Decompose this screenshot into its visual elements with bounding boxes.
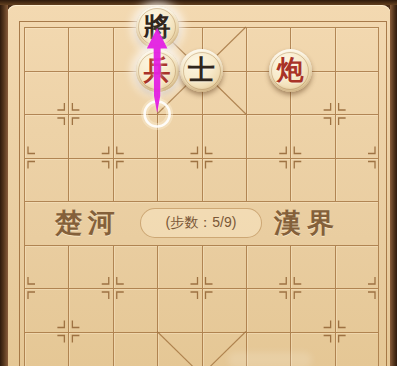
- board-cell[interactable]: [335, 27, 379, 71]
- board-cell[interactable]: [113, 114, 157, 158]
- board-cell[interactable]: [246, 158, 290, 202]
- piece-character: 士: [188, 57, 215, 84]
- board-cell[interactable]: [335, 71, 379, 115]
- black-advisor-piece[interactable]: 士: [180, 49, 223, 92]
- board-cell[interactable]: [290, 288, 334, 332]
- board-cell[interactable]: [335, 158, 379, 202]
- board-cell[interactable]: [246, 245, 290, 289]
- board-cell[interactable]: [24, 288, 68, 332]
- board-cell[interactable]: [68, 71, 112, 115]
- board-cell[interactable]: [290, 114, 334, 158]
- board-cell[interactable]: [113, 332, 157, 366]
- board-cell[interactable]: [68, 114, 112, 158]
- piece-character: 將: [144, 14, 171, 41]
- river-label-left: 楚河: [55, 205, 121, 241]
- board-cell[interactable]: [24, 71, 68, 115]
- board-cell[interactable]: [24, 158, 68, 202]
- board-cell[interactable]: [157, 158, 201, 202]
- board-cell[interactable]: [157, 332, 201, 366]
- board-cell[interactable]: [202, 288, 246, 332]
- board-cell[interactable]: [335, 114, 379, 158]
- black-general-piece[interactable]: 將: [136, 6, 179, 49]
- board-cell[interactable]: [246, 288, 290, 332]
- board-cell[interactable]: [157, 288, 201, 332]
- board-cell[interactable]: [290, 245, 334, 289]
- board-cell[interactable]: [24, 114, 68, 158]
- board-cell[interactable]: [246, 114, 290, 158]
- board-cell[interactable]: [202, 114, 246, 158]
- board-cell[interactable]: [335, 245, 379, 289]
- step-counter-text: (步数：5/9): [166, 214, 237, 232]
- board-frame-right: [390, 0, 397, 366]
- board-cell[interactable]: [24, 245, 68, 289]
- watermark-smudge: [228, 352, 312, 366]
- board-cell[interactable]: [24, 332, 68, 366]
- piece-character: 炮: [277, 57, 304, 84]
- board-cell[interactable]: [290, 158, 334, 202]
- board-cell[interactable]: [113, 245, 157, 289]
- board-cell[interactable]: [68, 332, 112, 366]
- board-frame-top: [0, 0, 397, 5]
- board-cell[interactable]: [202, 245, 246, 289]
- board-cell[interactable]: [68, 158, 112, 202]
- red-cannon-piece[interactable]: 炮: [269, 49, 312, 92]
- board-cell[interactable]: [202, 158, 246, 202]
- board-cell[interactable]: [335, 201, 379, 245]
- step-counter-badge: (步数：5/9): [140, 208, 262, 238]
- piece-character: 兵: [144, 57, 171, 84]
- board-cell[interactable]: [113, 158, 157, 202]
- board-cell[interactable]: [113, 288, 157, 332]
- board-cell[interactable]: [335, 288, 379, 332]
- red-soldier-piece[interactable]: 兵: [136, 49, 179, 92]
- board-cell[interactable]: [24, 27, 68, 71]
- board-cell[interactable]: [68, 245, 112, 289]
- board-cell[interactable]: [68, 27, 112, 71]
- board-cell[interactable]: [335, 332, 379, 366]
- board-cell[interactable]: [157, 114, 201, 158]
- board-cell[interactable]: [157, 245, 201, 289]
- river-label-right: 漢界: [274, 205, 340, 241]
- xiangqi-board-screen: 楚河 漢界 (步数：5/9) 將兵士炮: [0, 0, 397, 366]
- board-cell[interactable]: [68, 288, 112, 332]
- board-frame-left: [0, 0, 8, 366]
